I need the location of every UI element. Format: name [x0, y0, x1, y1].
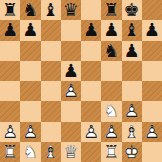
- square-d7[interactable]: [61, 20, 81, 40]
- square-e4[interactable]: [81, 81, 101, 101]
- square-a2[interactable]: ♟♙: [0, 122, 20, 142]
- black-bishop-piece: ♝: [41, 0, 61, 20]
- white-pawn-piece: ♟♙: [122, 101, 142, 121]
- square-g1[interactable]: ♚♔: [122, 142, 142, 162]
- square-a6[interactable]: [0, 41, 20, 61]
- square-e3[interactable]: [81, 101, 101, 121]
- white-pawn-piece: ♟♙: [101, 122, 121, 142]
- square-a7[interactable]: ♟: [0, 20, 20, 40]
- square-f6[interactable]: ♞: [101, 41, 121, 61]
- square-e8[interactable]: [81, 0, 101, 20]
- square-g3[interactable]: ♟♙: [122, 101, 142, 121]
- square-b2[interactable]: ♟♙: [20, 122, 40, 142]
- square-g8[interactable]: ♚: [122, 0, 142, 20]
- white-bishop-piece: ♝♗: [122, 122, 142, 142]
- square-f1[interactable]: ♜♖: [101, 142, 121, 162]
- black-pawn-piece: ♟: [142, 20, 162, 40]
- square-b7[interactable]: ♟: [20, 20, 40, 40]
- white-rook-piece: ♜♖: [101, 142, 121, 162]
- black-pawn-piece: ♟: [122, 41, 142, 61]
- black-rook-piece: ♜: [0, 0, 20, 20]
- square-h5[interactable]: [142, 61, 162, 81]
- square-h2[interactable]: ♟♙: [142, 122, 162, 142]
- square-d6[interactable]: [61, 41, 81, 61]
- black-pawn-piece: ♟: [101, 20, 121, 40]
- square-d1[interactable]: ♛♕: [61, 142, 81, 162]
- square-e6[interactable]: [81, 41, 101, 61]
- white-rook-piece: ♜♖: [0, 142, 20, 162]
- square-c4[interactable]: [41, 81, 61, 101]
- square-f5[interactable]: [101, 61, 121, 81]
- square-a1[interactable]: ♜♖: [0, 142, 20, 162]
- square-c8[interactable]: ♝: [41, 0, 61, 20]
- square-h4[interactable]: [142, 81, 162, 101]
- black-knight-piece: ♞: [20, 0, 40, 20]
- white-pawn-piece: ♟♙: [61, 81, 81, 101]
- square-f7[interactable]: ♟: [101, 20, 121, 40]
- white-pawn-piece: ♟♙: [81, 122, 101, 142]
- black-queen-piece: ♛: [61, 0, 81, 20]
- square-h6[interactable]: [142, 41, 162, 61]
- square-b4[interactable]: [20, 81, 40, 101]
- black-pawn-piece: ♟: [61, 61, 81, 81]
- square-b8[interactable]: ♞: [20, 0, 40, 20]
- black-king-piece: ♚: [122, 0, 142, 20]
- square-f3[interactable]: ♞♘: [101, 101, 121, 121]
- white-knight-piece: ♞♘: [101, 101, 121, 121]
- square-h7[interactable]: ♟: [142, 20, 162, 40]
- square-a5[interactable]: [0, 61, 20, 81]
- square-b5[interactable]: [20, 61, 40, 81]
- square-c6[interactable]: [41, 41, 61, 61]
- square-f8[interactable]: ♜: [101, 0, 121, 20]
- white-queen-piece: ♛♕: [61, 142, 81, 162]
- chess-board: ♜♞♝♛♜♚♟♟♟♟♝♟♞♟♟♟♙♞♘♟♙♟♙♟♙♟♙♟♙♝♗♟♙♜♖♞♘♝♗♛…: [0, 0, 162, 162]
- black-bishop-piece: ♝: [122, 20, 142, 40]
- square-e5[interactable]: [81, 61, 101, 81]
- square-g7[interactable]: ♝: [122, 20, 142, 40]
- black-pawn-piece: ♟: [20, 20, 40, 40]
- square-c3[interactable]: [41, 101, 61, 121]
- square-h1[interactable]: [142, 142, 162, 162]
- square-f4[interactable]: [101, 81, 121, 101]
- square-h8[interactable]: [142, 0, 162, 20]
- square-d5[interactable]: ♟: [61, 61, 81, 81]
- square-d2[interactable]: [61, 122, 81, 142]
- square-a8[interactable]: ♜: [0, 0, 20, 20]
- square-e7[interactable]: ♟: [81, 20, 101, 40]
- square-a4[interactable]: [0, 81, 20, 101]
- black-rook-piece: ♜: [101, 0, 121, 20]
- square-e2[interactable]: ♟♙: [81, 122, 101, 142]
- white-pawn-piece: ♟♙: [142, 122, 162, 142]
- square-b3[interactable]: [20, 101, 40, 121]
- black-pawn-piece: ♟: [81, 20, 101, 40]
- white-bishop-piece: ♝♗: [41, 142, 61, 162]
- white-pawn-piece: ♟♙: [0, 122, 20, 142]
- square-a3[interactable]: [0, 101, 20, 121]
- square-c2[interactable]: [41, 122, 61, 142]
- square-g4[interactable]: [122, 81, 142, 101]
- square-e1[interactable]: [81, 142, 101, 162]
- square-d4[interactable]: ♟♙: [61, 81, 81, 101]
- square-c7[interactable]: [41, 20, 61, 40]
- square-c5[interactable]: [41, 61, 61, 81]
- square-d8[interactable]: ♛: [61, 0, 81, 20]
- white-king-piece: ♚♔: [122, 142, 142, 162]
- square-g2[interactable]: ♝♗: [122, 122, 142, 142]
- square-b6[interactable]: [20, 41, 40, 61]
- square-c1[interactable]: ♝♗: [41, 142, 61, 162]
- white-pawn-piece: ♟♙: [20, 122, 40, 142]
- square-d3[interactable]: [61, 101, 81, 121]
- square-f2[interactable]: ♟♙: [101, 122, 121, 142]
- square-g5[interactable]: [122, 61, 142, 81]
- black-pawn-piece: ♟: [0, 20, 20, 40]
- square-h3[interactable]: [142, 101, 162, 121]
- square-g6[interactable]: ♟: [122, 41, 142, 61]
- white-knight-piece: ♞♘: [20, 142, 40, 162]
- square-b1[interactable]: ♞♘: [20, 142, 40, 162]
- black-knight-piece: ♞: [101, 41, 121, 61]
